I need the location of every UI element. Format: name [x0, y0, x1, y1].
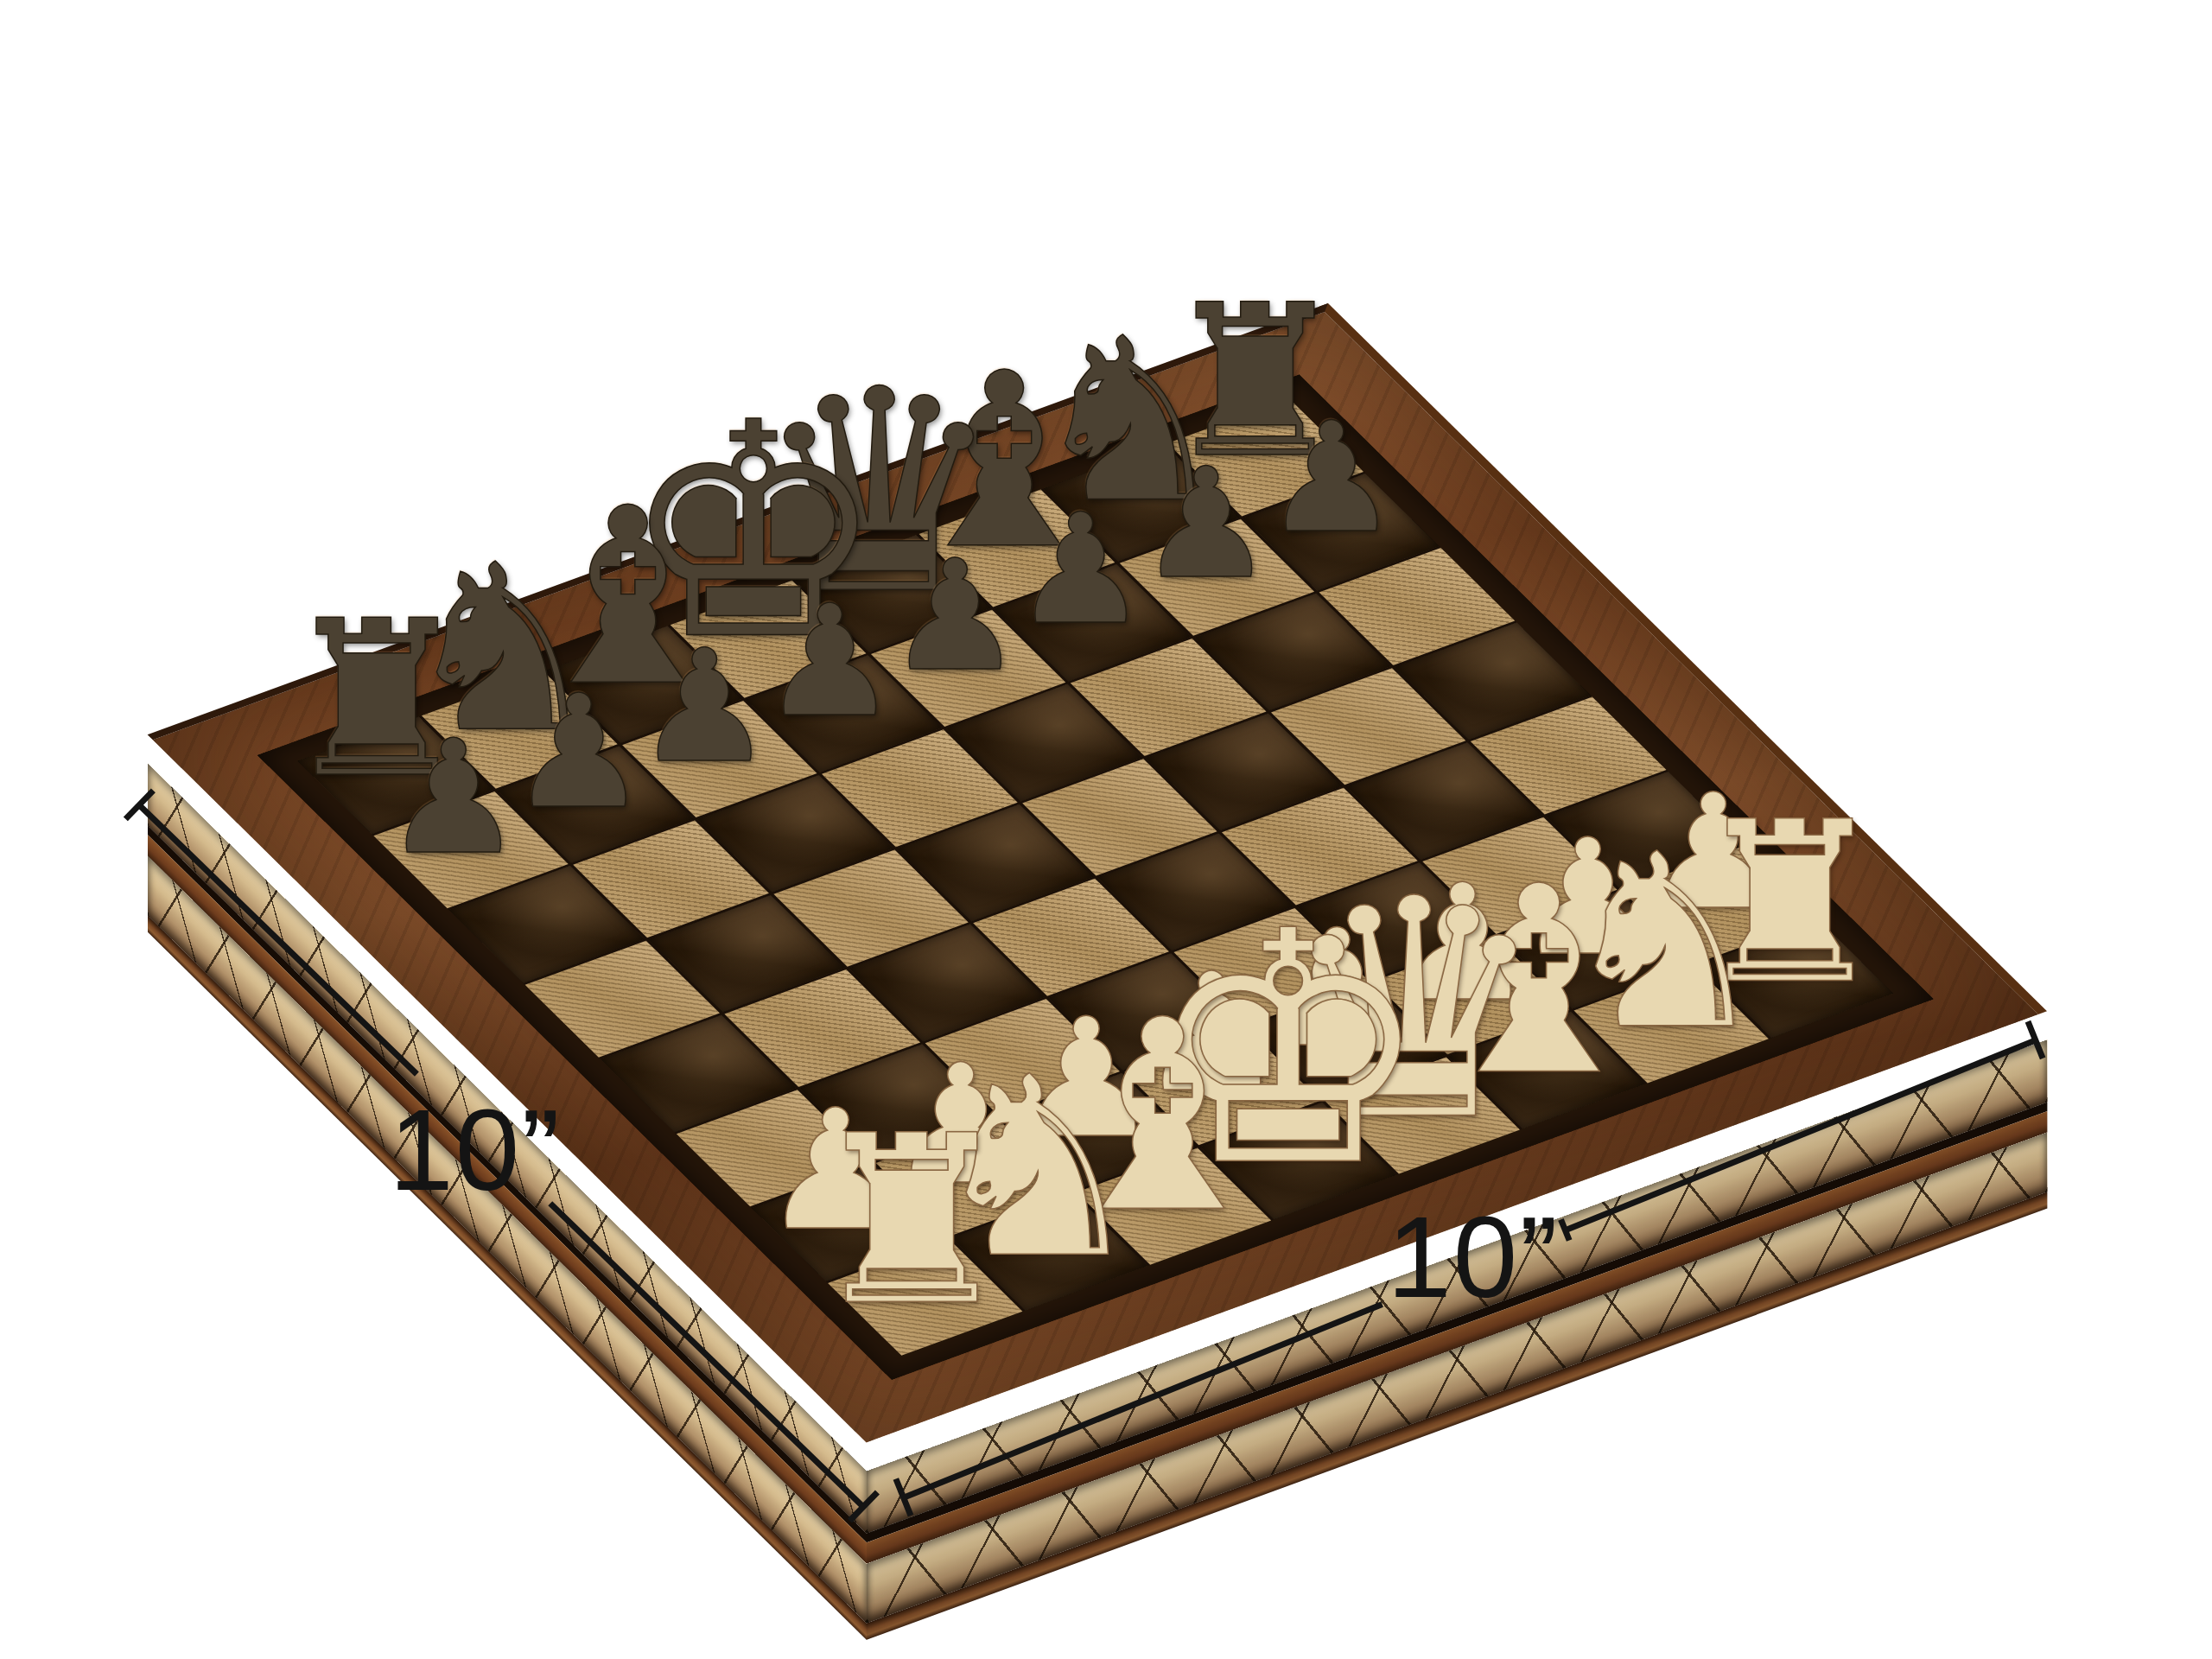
piece-black-pawn-e7: ♟: [760, 585, 899, 739]
piece-black-pawn-a7: ♟: [1263, 403, 1400, 555]
dimension-label-left: 10”: [389, 1092, 562, 1208]
product-image: ♜♞♝♛♚♝♞♜♟♟♟♟♟♟♟♟♟♟♟♟♟♟♟♟♜♞♝♛♚♝♞♜ 10” 10”: [0, 0, 2212, 1659]
piece-black-pawn-f7: ♟: [634, 629, 773, 785]
piece-black-pawn-h7: ♟: [383, 719, 524, 876]
piece-black-pawn-g7: ♟: [509, 674, 649, 830]
piece-black-pawn-c7: ♟: [1013, 494, 1149, 646]
piece-black-pawn-b7: ♟: [1138, 448, 1274, 601]
piece-black-pawn-d7: ♟: [887, 540, 1024, 693]
piece-white-rook-h1: ♜: [808, 1104, 1016, 1337]
dimension-label-bottom: 10”: [1387, 1199, 1560, 1315]
